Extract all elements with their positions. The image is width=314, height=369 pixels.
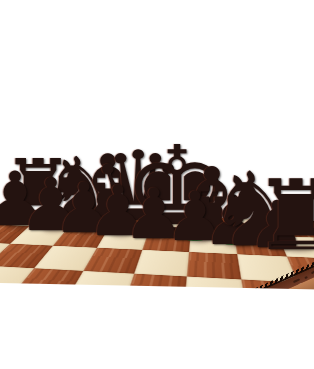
piece-rook-h8: ♜: [252, 167, 314, 264]
chess-set-photo: ♞♜♝♟♛♟♟♚♟♟♝♟♟♞♟♜: [0, 0, 314, 369]
pieces-layer: ♞♜♝♟♛♟♟♚♟♟♝♟♟♞♟♜: [0, 0, 314, 369]
